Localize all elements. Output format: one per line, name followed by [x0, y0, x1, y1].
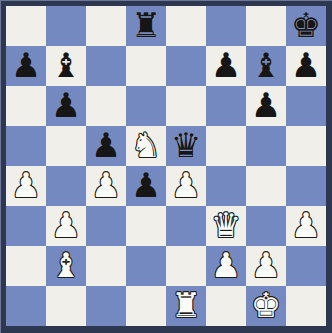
square-g1[interactable]: ♚: [246, 286, 286, 326]
square-f8[interactable]: [206, 6, 246, 46]
square-h3[interactable]: ♟: [286, 206, 326, 246]
square-e8[interactable]: [166, 6, 206, 46]
square-h1[interactable]: [286, 286, 326, 326]
square-b2[interactable]: ♝: [46, 246, 86, 286]
white-pawn-piece[interactable]: ♟: [211, 245, 241, 285]
white-rook-piece[interactable]: ♜: [171, 285, 201, 325]
white-pawn-piece[interactable]: ♟: [251, 245, 281, 285]
square-g2[interactable]: ♟: [246, 246, 286, 286]
square-d2[interactable]: [126, 246, 166, 286]
square-a4[interactable]: ♟: [6, 166, 46, 206]
black-bishop-piece[interactable]: ♝: [251, 45, 281, 85]
square-d6[interactable]: [126, 86, 166, 126]
square-h6[interactable]: [286, 86, 326, 126]
square-b3[interactable]: ♟: [46, 206, 86, 246]
square-b1[interactable]: [46, 286, 86, 326]
square-a6[interactable]: [6, 86, 46, 126]
square-g6[interactable]: ♟: [246, 86, 286, 126]
square-c4[interactable]: ♟: [86, 166, 126, 206]
square-f7[interactable]: ♟: [206, 46, 246, 86]
square-g8[interactable]: [246, 6, 286, 46]
square-h7[interactable]: ♟: [286, 46, 326, 86]
black-pawn-piece[interactable]: ♟: [291, 45, 321, 85]
white-pawn-piece[interactable]: ♟: [171, 165, 201, 205]
square-a2[interactable]: [6, 246, 46, 286]
square-a1[interactable]: [6, 286, 46, 326]
white-knight-piece[interactable]: ♞: [131, 125, 161, 165]
square-f1[interactable]: [206, 286, 246, 326]
square-b5[interactable]: [46, 126, 86, 166]
square-b6[interactable]: ♟: [46, 86, 86, 126]
square-d8[interactable]: ♜: [126, 6, 166, 46]
square-f4[interactable]: [206, 166, 246, 206]
square-a5[interactable]: [6, 126, 46, 166]
square-d4[interactable]: ♟: [126, 166, 166, 206]
square-e6[interactable]: [166, 86, 206, 126]
black-queen-piece[interactable]: ♛: [171, 125, 201, 165]
white-pawn-piece[interactable]: ♟: [51, 205, 81, 245]
square-b7[interactable]: ♝: [46, 46, 86, 86]
white-bishop-piece[interactable]: ♝: [51, 245, 81, 285]
black-rook-piece[interactable]: ♜: [131, 5, 161, 45]
square-b8[interactable]: [46, 6, 86, 46]
square-g3[interactable]: [246, 206, 286, 246]
square-e5[interactable]: ♛: [166, 126, 206, 166]
square-g7[interactable]: ♝: [246, 46, 286, 86]
square-d5[interactable]: ♞: [126, 126, 166, 166]
black-pawn-piece[interactable]: ♟: [51, 85, 81, 125]
chess-board-frame: ♜♚♟♝♟♝♟♟♟♟♞♛♟♟♟♟♟♛♟♝♟♟♜♚: [0, 0, 332, 333]
square-f2[interactable]: ♟: [206, 246, 246, 286]
square-d3[interactable]: [126, 206, 166, 246]
black-pawn-piece[interactable]: ♟: [131, 165, 161, 205]
white-queen-piece[interactable]: ♛: [211, 205, 241, 245]
square-h5[interactable]: [286, 126, 326, 166]
black-pawn-piece[interactable]: ♟: [211, 45, 241, 85]
white-pawn-piece[interactable]: ♟: [11, 165, 41, 205]
square-c2[interactable]: [86, 246, 126, 286]
square-c6[interactable]: [86, 86, 126, 126]
white-king-piece[interactable]: ♚: [251, 285, 281, 325]
square-c5[interactable]: ♟: [86, 126, 126, 166]
black-bishop-piece[interactable]: ♝: [51, 45, 81, 85]
square-e7[interactable]: [166, 46, 206, 86]
square-c3[interactable]: [86, 206, 126, 246]
square-e4[interactable]: ♟: [166, 166, 206, 206]
square-g4[interactable]: [246, 166, 286, 206]
square-c7[interactable]: [86, 46, 126, 86]
square-e2[interactable]: [166, 246, 206, 286]
square-b4[interactable]: [46, 166, 86, 206]
square-a3[interactable]: [6, 206, 46, 246]
square-c1[interactable]: [86, 286, 126, 326]
square-h4[interactable]: [286, 166, 326, 206]
square-e1[interactable]: ♜: [166, 286, 206, 326]
square-f3[interactable]: ♛: [206, 206, 246, 246]
square-e3[interactable]: [166, 206, 206, 246]
square-d1[interactable]: [126, 286, 166, 326]
chess-board: ♜♚♟♝♟♝♟♟♟♟♞♛♟♟♟♟♟♛♟♝♟♟♜♚: [6, 6, 326, 326]
square-d7[interactable]: [126, 46, 166, 86]
black-king-piece[interactable]: ♚: [291, 5, 321, 45]
black-pawn-piece[interactable]: ♟: [11, 45, 41, 85]
square-g5[interactable]: [246, 126, 286, 166]
square-f5[interactable]: [206, 126, 246, 166]
white-pawn-piece[interactable]: ♟: [291, 205, 321, 245]
square-h2[interactable]: [286, 246, 326, 286]
square-a8[interactable]: [6, 6, 46, 46]
square-c8[interactable]: [86, 6, 126, 46]
square-f6[interactable]: [206, 86, 246, 126]
square-a7[interactable]: ♟: [6, 46, 46, 86]
square-h8[interactable]: ♚: [286, 6, 326, 46]
black-pawn-piece[interactable]: ♟: [91, 125, 121, 165]
black-pawn-piece[interactable]: ♟: [251, 85, 281, 125]
white-pawn-piece[interactable]: ♟: [91, 165, 121, 205]
